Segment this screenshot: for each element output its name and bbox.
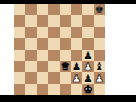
- square-e3[interactable]: ♛: [60, 61, 71, 72]
- square-c1[interactable]: [37, 84, 48, 95]
- square-c4[interactable]: [37, 50, 48, 61]
- square-e2[interactable]: [60, 72, 71, 83]
- piece-black-pawn[interactable]: ♟: [83, 50, 92, 60]
- square-g7[interactable]: [82, 15, 93, 26]
- piece-white-pawn[interactable]: ♟: [72, 72, 81, 82]
- square-b8[interactable]: [25, 4, 36, 15]
- square-f1[interactable]: [71, 84, 82, 95]
- piece-black-pawn[interactable]: ♟: [83, 72, 92, 82]
- square-g5[interactable]: [82, 38, 93, 49]
- square-a4[interactable]: [14, 50, 25, 61]
- square-a3[interactable]: [14, 61, 25, 72]
- square-c2[interactable]: [37, 72, 48, 83]
- square-f3[interactable]: ♟: [71, 61, 82, 72]
- square-f5[interactable]: [71, 38, 82, 49]
- square-c8[interactable]: [37, 4, 48, 15]
- square-h4[interactable]: [94, 50, 105, 61]
- piece-white-pawn[interactable]: ♟: [83, 61, 92, 71]
- square-f8[interactable]: [71, 4, 82, 15]
- square-h5[interactable]: [94, 38, 105, 49]
- square-d4[interactable]: [48, 50, 59, 61]
- piece-white-king[interactable]: ♚: [83, 84, 92, 94]
- square-e1[interactable]: [60, 84, 71, 95]
- square-c5[interactable]: [37, 38, 48, 49]
- square-e6[interactable]: [60, 27, 71, 38]
- square-a1[interactable]: [14, 84, 25, 95]
- square-e5[interactable]: [60, 38, 71, 49]
- square-c6[interactable]: [37, 27, 48, 38]
- square-e7[interactable]: [60, 15, 71, 26]
- square-a7[interactable]: [14, 15, 25, 26]
- piece-black-king[interactable]: ♚: [95, 4, 104, 14]
- square-f2[interactable]: ♟: [71, 72, 82, 83]
- square-h6[interactable]: [94, 27, 105, 38]
- square-b3[interactable]: [25, 61, 36, 72]
- square-g1[interactable]: ♚: [82, 84, 93, 95]
- square-d7[interactable]: [48, 15, 59, 26]
- square-h8[interactable]: ♚: [94, 4, 105, 15]
- square-e4[interactable]: [60, 50, 71, 61]
- square-a8[interactable]: [14, 4, 25, 15]
- square-f7[interactable]: [71, 15, 82, 26]
- square-b6[interactable]: [25, 27, 36, 38]
- square-d6[interactable]: [48, 27, 59, 38]
- square-d5[interactable]: [48, 38, 59, 49]
- square-g8[interactable]: [82, 4, 93, 15]
- square-d3[interactable]: [48, 61, 59, 72]
- piece-black-bishop[interactable]: ♝: [95, 61, 104, 71]
- square-f6[interactable]: [71, 27, 82, 38]
- square-a2[interactable]: [14, 72, 25, 83]
- square-e8[interactable]: [60, 4, 71, 15]
- piece-white-pawn[interactable]: ♟: [95, 72, 104, 82]
- square-a6[interactable]: [14, 27, 25, 38]
- piece-black-pawn[interactable]: ♟: [72, 61, 81, 71]
- chess-board: ♚♟♛♟♟♝♟♟♟♚: [14, 4, 105, 95]
- square-b4[interactable]: [25, 50, 36, 61]
- square-c7[interactable]: [37, 15, 48, 26]
- square-d1[interactable]: [48, 84, 59, 95]
- square-g4[interactable]: ♟: [82, 50, 93, 61]
- square-g6[interactable]: [82, 27, 93, 38]
- square-h7[interactable]: [94, 15, 105, 26]
- square-b7[interactable]: [25, 15, 36, 26]
- square-h1[interactable]: [94, 84, 105, 95]
- square-b1[interactable]: [25, 84, 36, 95]
- square-c3[interactable]: [37, 61, 48, 72]
- square-d2[interactable]: [48, 72, 59, 83]
- square-d8[interactable]: [48, 4, 59, 15]
- square-g2[interactable]: ♟: [82, 72, 93, 83]
- square-g3[interactable]: ♟: [82, 61, 93, 72]
- bottom-letterbox-bar: [0, 95, 136, 102]
- square-h2[interactable]: ♟: [94, 72, 105, 83]
- square-b5[interactable]: [25, 38, 36, 49]
- square-b2[interactable]: [25, 72, 36, 83]
- piece-white-queen[interactable]: ♛: [60, 61, 69, 71]
- square-a5[interactable]: [14, 38, 25, 49]
- square-h3[interactable]: ♝: [94, 61, 105, 72]
- square-f4[interactable]: [71, 50, 82, 61]
